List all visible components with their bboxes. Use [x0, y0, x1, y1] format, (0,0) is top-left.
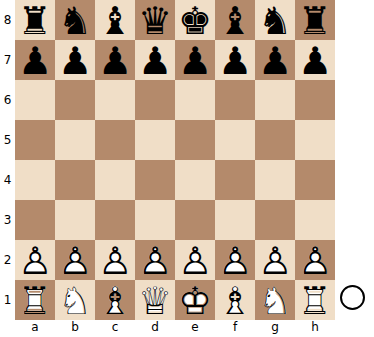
square-f1[interactable]: ♝♗	[215, 280, 255, 320]
square-c8[interactable]: ♝	[95, 0, 135, 40]
piece-outline-glyph: ♗	[95, 280, 135, 320]
white-queen: ♛♕	[135, 280, 175, 320]
piece-glyph: ♜	[15, 0, 55, 40]
black-king: ♚	[175, 0, 215, 40]
square-f3[interactable]	[215, 200, 255, 240]
piece-outline-glyph: ♙	[95, 240, 135, 280]
square-e6[interactable]	[175, 80, 215, 120]
square-d7[interactable]: ♟	[135, 40, 175, 80]
file-label-f: f	[215, 320, 255, 337]
square-g1[interactable]: ♞♘	[255, 280, 295, 320]
square-h5[interactable]	[295, 120, 335, 160]
square-d3[interactable]	[135, 200, 175, 240]
file-label-a: a	[15, 320, 55, 337]
square-h6[interactable]	[295, 80, 335, 120]
piece-glyph: ♟	[95, 40, 135, 80]
square-b6[interactable]	[55, 80, 95, 120]
square-c4[interactable]	[95, 160, 135, 200]
white-pawn: ♟♙	[95, 240, 135, 280]
file-label-c: c	[95, 320, 135, 337]
piece-glyph: ♟	[255, 40, 295, 80]
piece-glyph: ♝	[95, 0, 135, 40]
piece-glyph: ♟	[295, 40, 335, 80]
square-g6[interactable]	[255, 80, 295, 120]
square-b8[interactable]: ♞	[55, 0, 95, 40]
square-b5[interactable]	[55, 120, 95, 160]
black-queen: ♛	[135, 0, 175, 40]
piece-glyph: ♛	[135, 0, 175, 40]
square-a7[interactable]: ♟	[15, 40, 55, 80]
file-label-d: d	[135, 320, 175, 337]
rank-label-7: 7	[0, 40, 15, 80]
rank-label-4: 4	[0, 160, 15, 200]
square-h8[interactable]: ♜	[295, 0, 335, 40]
square-g7[interactable]: ♟	[255, 40, 295, 80]
square-e8[interactable]: ♚	[175, 0, 215, 40]
square-c3[interactable]	[95, 200, 135, 240]
file-label-g: g	[255, 320, 295, 337]
black-pawn: ♟	[295, 40, 335, 80]
piece-outline-glyph: ♘	[255, 280, 295, 320]
white-pawn: ♟♙	[15, 240, 55, 280]
white-pawn: ♟♙	[295, 240, 335, 280]
piece-outline-glyph: ♔	[175, 280, 215, 320]
white-rook: ♜♖	[295, 280, 335, 320]
white-pawn: ♟♙	[55, 240, 95, 280]
white-knight: ♞♘	[55, 280, 95, 320]
square-b4[interactable]	[55, 160, 95, 200]
square-g3[interactable]	[255, 200, 295, 240]
black-pawn: ♟	[95, 40, 135, 80]
black-pawn: ♟	[135, 40, 175, 80]
white-rook: ♜♖	[15, 280, 55, 320]
black-bishop: ♝	[95, 0, 135, 40]
white-bishop: ♝♗	[215, 280, 255, 320]
square-e5[interactable]	[175, 120, 215, 160]
piece-outline-glyph: ♙	[295, 240, 335, 280]
piece-outline-glyph: ♙	[175, 240, 215, 280]
square-e7[interactable]: ♟	[175, 40, 215, 80]
square-d4[interactable]	[135, 160, 175, 200]
square-f2[interactable]: ♟♙	[215, 240, 255, 280]
piece-glyph: ♝	[215, 0, 255, 40]
square-h1[interactable]: ♜♖	[295, 280, 335, 320]
square-h3[interactable]	[295, 200, 335, 240]
white-pawn: ♟♙	[135, 240, 175, 280]
square-a1[interactable]: ♜♖	[15, 280, 55, 320]
chess-board: ♜♞♝♛♚♝♞♜♟♟♟♟♟♟♟♟♟♙♟♙♟♙♟♙♟♙♟♙♟♙♟♙♜♖♞♘♝♗♛♕…	[15, 0, 335, 320]
square-b2[interactable]: ♟♙	[55, 240, 95, 280]
white-to-move-indicator	[340, 285, 365, 310]
square-c1[interactable]: ♝♗	[95, 280, 135, 320]
black-pawn: ♟	[15, 40, 55, 80]
square-f7[interactable]: ♟	[215, 40, 255, 80]
square-a3[interactable]	[15, 200, 55, 240]
white-pawn: ♟♙	[215, 240, 255, 280]
chess-app: 87654321 ♜♞♝♛♚♝♞♜♟♟♟♟♟♟♟♟♟♙♟♙♟♙♟♙♟♙♟♙♟♙♟…	[0, 0, 374, 337]
square-g4[interactable]	[255, 160, 295, 200]
rank-label-8: 8	[0, 0, 15, 40]
square-c6[interactable]	[95, 80, 135, 120]
square-e3[interactable]	[175, 200, 215, 240]
rank-label-6: 6	[0, 80, 15, 120]
piece-outline-glyph: ♙	[255, 240, 295, 280]
square-c2[interactable]: ♟♙	[95, 240, 135, 280]
piece-glyph: ♟	[215, 40, 255, 80]
black-knight: ♞	[255, 0, 295, 40]
square-e1[interactable]: ♚♔	[175, 280, 215, 320]
square-f5[interactable]	[215, 120, 255, 160]
black-rook: ♜	[15, 0, 55, 40]
square-e2[interactable]: ♟♙	[175, 240, 215, 280]
white-knight: ♞♘	[255, 280, 295, 320]
square-d1[interactable]: ♛♕	[135, 280, 175, 320]
square-a4[interactable]	[15, 160, 55, 200]
black-pawn: ♟	[55, 40, 95, 80]
piece-outline-glyph: ♙	[55, 240, 95, 280]
piece-outline-glyph: ♙	[135, 240, 175, 280]
square-c7[interactable]: ♟	[95, 40, 135, 80]
rank-label-2: 2	[0, 240, 15, 280]
square-g5[interactable]	[255, 120, 295, 160]
piece-outline-glyph: ♖	[295, 280, 335, 320]
black-rook: ♜	[295, 0, 335, 40]
file-labels: abcdefgh	[15, 320, 335, 337]
piece-outline-glyph: ♗	[215, 280, 255, 320]
file-label-e: e	[175, 320, 215, 337]
square-f4[interactable]	[215, 160, 255, 200]
square-a2[interactable]: ♟♙	[15, 240, 55, 280]
piece-outline-glyph: ♘	[55, 280, 95, 320]
square-a5[interactable]	[15, 120, 55, 160]
square-b7[interactable]: ♟	[55, 40, 95, 80]
square-d6[interactable]	[135, 80, 175, 120]
piece-glyph: ♟	[135, 40, 175, 80]
square-b1[interactable]: ♞♘	[55, 280, 95, 320]
square-e4[interactable]	[175, 160, 215, 200]
piece-glyph: ♜	[295, 0, 335, 40]
rank-label-3: 3	[0, 200, 15, 240]
piece-glyph: ♞	[55, 0, 95, 40]
square-b3[interactable]	[55, 200, 95, 240]
square-h4[interactable]	[295, 160, 335, 200]
square-g2[interactable]: ♟♙	[255, 240, 295, 280]
piece-glyph: ♟	[15, 40, 55, 80]
file-label-h: h	[295, 320, 335, 337]
square-g8[interactable]: ♞	[255, 0, 295, 40]
white-king: ♚♔	[175, 280, 215, 320]
piece-outline-glyph: ♙	[15, 240, 55, 280]
white-bishop: ♝♗	[95, 280, 135, 320]
black-knight: ♞	[55, 0, 95, 40]
square-d2[interactable]: ♟♙	[135, 240, 175, 280]
white-pawn: ♟♙	[175, 240, 215, 280]
piece-glyph: ♟	[55, 40, 95, 80]
square-d5[interactable]	[135, 120, 175, 160]
piece-outline-glyph: ♖	[15, 280, 55, 320]
rank-label-5: 5	[0, 120, 15, 160]
black-bishop: ♝	[215, 0, 255, 40]
white-pawn: ♟♙	[255, 240, 295, 280]
square-f6[interactable]	[215, 80, 255, 120]
square-h2[interactable]: ♟♙	[295, 240, 335, 280]
piece-glyph: ♟	[175, 40, 215, 80]
square-h7[interactable]: ♟	[295, 40, 335, 80]
black-pawn: ♟	[255, 40, 295, 80]
piece-outline-glyph: ♕	[135, 280, 175, 320]
rank-label-1: 1	[0, 280, 15, 320]
square-a8[interactable]: ♜	[15, 0, 55, 40]
black-pawn: ♟	[215, 40, 255, 80]
piece-glyph: ♚	[175, 0, 215, 40]
square-d8[interactable]: ♛	[135, 0, 175, 40]
rank-labels: 87654321	[0, 0, 15, 320]
black-pawn: ♟	[175, 40, 215, 80]
piece-outline-glyph: ♙	[215, 240, 255, 280]
square-f8[interactable]: ♝	[215, 0, 255, 40]
piece-glyph: ♞	[255, 0, 295, 40]
square-a6[interactable]	[15, 80, 55, 120]
file-label-b: b	[55, 320, 95, 337]
square-c5[interactable]	[95, 120, 135, 160]
